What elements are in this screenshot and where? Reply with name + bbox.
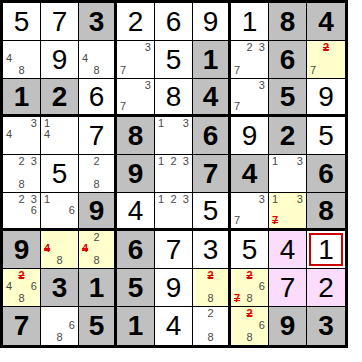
pencil-marks: 2678 bbox=[234, 270, 265, 304]
given-digit: 8 bbox=[318, 197, 334, 225]
solved-digit: 1 bbox=[318, 236, 334, 264]
candidate-mark: 6 bbox=[31, 281, 37, 292]
cell-r9c3[interactable]: 5 bbox=[79, 307, 117, 345]
cell-r9c1[interactable]: 7 bbox=[3, 307, 41, 345]
cell-r7c4[interactable]: 6 bbox=[117, 231, 155, 269]
cell-r2c8[interactable]: 6 bbox=[269, 41, 307, 79]
candidate-mark: 3 bbox=[183, 156, 189, 167]
candidate-mark: 1 bbox=[44, 194, 50, 205]
pencil-marks: 37 bbox=[120, 80, 151, 112]
given-digit: 9 bbox=[128, 160, 144, 188]
given-digit: 4 bbox=[203, 83, 219, 111]
given-digit: 1 bbox=[203, 46, 219, 74]
pencil-marks: 28 bbox=[196, 308, 225, 343]
candidate-mark: 3 bbox=[259, 42, 265, 53]
solved-digit: 5 bbox=[318, 122, 334, 150]
candidate-mark: 7 bbox=[120, 101, 126, 112]
cell-r1c5[interactable]: 6 bbox=[155, 3, 193, 41]
candidate-mark: 2 bbox=[18, 194, 24, 205]
cell-r4c3[interactable]: 7 bbox=[79, 117, 117, 155]
cell-r6c8[interactable]: 137 bbox=[269, 193, 307, 231]
candidate-mark: 4 bbox=[44, 129, 50, 140]
solved-digit: 4 bbox=[280, 236, 296, 264]
given-digit: 5 bbox=[128, 274, 144, 302]
cell-r6c7[interactable]: 37 bbox=[231, 193, 269, 231]
candidate-mark: 1 bbox=[272, 194, 278, 205]
pencil-marks: 37 bbox=[120, 42, 151, 76]
eliminated-candidate-mark: 2 bbox=[246, 270, 252, 281]
cell-r4c9[interactable]: 5 bbox=[307, 117, 345, 155]
cell-r1c3[interactable]: 3 bbox=[79, 3, 117, 41]
candidate-mark: 6 bbox=[259, 281, 265, 292]
pencil-marks: 237 bbox=[234, 42, 265, 76]
cell-r9c6[interactable]: 28 bbox=[193, 307, 231, 345]
candidate-mark: 7 bbox=[310, 65, 316, 76]
cell-r8c2[interactable]: 3 bbox=[41, 269, 79, 307]
cell-r6c6[interactable]: 5 bbox=[193, 193, 231, 231]
candidate-mark: 1 bbox=[158, 156, 164, 167]
cell-r8c3[interactable]: 1 bbox=[79, 269, 117, 307]
eliminated-candidate-mark: 2 bbox=[323, 42, 329, 53]
cell-r2c1[interactable]: 48 bbox=[3, 41, 41, 79]
cell-r8c5[interactable]: 9 bbox=[155, 269, 193, 307]
candidate-mark: 3 bbox=[297, 156, 303, 167]
candidate-mark: 3 bbox=[145, 42, 151, 53]
cell-r5c3[interactable]: 28 bbox=[79, 155, 117, 193]
cell-r4c6[interactable]: 6 bbox=[193, 117, 231, 155]
cell-r4c2[interactable]: 14 bbox=[41, 117, 79, 155]
candidate-mark: 8 bbox=[93, 255, 99, 266]
solved-digit: 5 bbox=[14, 8, 30, 36]
cell-r1c4[interactable]: 2 bbox=[117, 3, 155, 41]
cell-r9c2[interactable]: 68 bbox=[41, 307, 79, 345]
pencil-marks: 123 bbox=[158, 194, 189, 226]
cell-r8c1[interactable]: 2468 bbox=[3, 269, 41, 307]
eliminated-candidate-mark: 4 bbox=[44, 243, 50, 254]
pencil-marks: 236 bbox=[6, 194, 37, 226]
cell-r1c1[interactable]: 5 bbox=[3, 3, 41, 41]
candidate-mark: 8 bbox=[56, 255, 62, 266]
candidate-mark: 3 bbox=[31, 118, 37, 129]
pencil-marks: 27 bbox=[310, 42, 342, 76]
given-digit: 2 bbox=[52, 83, 68, 111]
cell-r3c7[interactable]: 37 bbox=[231, 79, 269, 117]
candidate-mark: 8 bbox=[93, 179, 99, 190]
cell-r2c2[interactable]: 9 bbox=[41, 41, 79, 79]
given-digit: 3 bbox=[89, 8, 105, 36]
eliminated-candidate-mark: 7 bbox=[272, 215, 278, 226]
candidate-mark: 7 bbox=[234, 215, 240, 226]
solved-digit: 2 bbox=[128, 8, 144, 36]
given-digit: 6 bbox=[128, 236, 144, 264]
candidate-mark: 6 bbox=[69, 205, 75, 216]
eliminated-candidate-mark: 2 bbox=[246, 308, 252, 319]
cell-r2c9[interactable]: 27 bbox=[307, 41, 345, 79]
pencil-marks: 16 bbox=[44, 194, 75, 226]
cell-r1c8[interactable]: 8 bbox=[269, 3, 307, 41]
candidate-mark: 6 bbox=[69, 320, 75, 331]
candidate-mark: 1 bbox=[158, 194, 164, 205]
pencil-marks: 48 bbox=[82, 42, 111, 76]
solved-digit: 7 bbox=[52, 8, 68, 36]
pencil-marks: 137 bbox=[272, 194, 303, 226]
cell-r6c9[interactable]: 8 bbox=[307, 193, 345, 231]
cell-r7c9[interactable]: 1 bbox=[307, 231, 345, 269]
cell-r8c6[interactable]: 28 bbox=[193, 269, 231, 307]
candidate-mark: 6 bbox=[31, 205, 37, 216]
pencil-marks: 13 bbox=[272, 156, 303, 190]
given-digit: 9 bbox=[14, 236, 30, 264]
pencil-marks: 268 bbox=[234, 308, 265, 343]
candidate-mark: 8 bbox=[246, 293, 252, 304]
cell-r7c6[interactable]: 3 bbox=[193, 231, 231, 269]
cell-r4c7[interactable]: 9 bbox=[231, 117, 269, 155]
candidate-mark: 7 bbox=[234, 65, 240, 76]
candidate-mark: 2 bbox=[246, 42, 252, 53]
solved-digit: 9 bbox=[52, 46, 68, 74]
candidate-mark: 2 bbox=[170, 156, 176, 167]
cell-r4c8[interactable]: 2 bbox=[269, 117, 307, 155]
solved-digit: 7 bbox=[280, 274, 296, 302]
pencil-marks: 14 bbox=[44, 118, 75, 152]
cell-r3c8[interactable]: 5 bbox=[269, 79, 307, 117]
candidate-mark: 8 bbox=[18, 293, 24, 304]
candidate-mark: 2 bbox=[170, 194, 176, 205]
cell-r3c1[interactable]: 1 bbox=[3, 79, 41, 117]
candidate-mark: 2 bbox=[207, 308, 213, 319]
cell-r6c2[interactable]: 16 bbox=[41, 193, 79, 231]
candidate-mark: 1 bbox=[272, 156, 278, 167]
candidate-mark: 8 bbox=[207, 332, 213, 343]
candidate-mark: 8 bbox=[246, 332, 252, 343]
cell-r5c6[interactable]: 7 bbox=[193, 155, 231, 193]
given-digit: 1 bbox=[14, 83, 30, 111]
solved-digit: 8 bbox=[166, 83, 182, 111]
cell-r3c6[interactable]: 4 bbox=[193, 79, 231, 117]
cell-r1c7[interactable]: 1 bbox=[231, 3, 269, 41]
cell-r7c8[interactable]: 4 bbox=[269, 231, 307, 269]
cell-r8c4[interactable]: 5 bbox=[117, 269, 155, 307]
cell-r6c3[interactable]: 9 bbox=[79, 193, 117, 231]
solved-digit: 4 bbox=[166, 312, 182, 340]
cell-r5c1[interactable]: 238 bbox=[3, 155, 41, 193]
candidate-mark: 3 bbox=[31, 156, 37, 167]
cell-r5c5[interactable]: 123 bbox=[155, 155, 193, 193]
pencil-marks: 28 bbox=[196, 270, 225, 304]
cell-r7c5[interactable]: 7 bbox=[155, 231, 193, 269]
cell-r3c2[interactable]: 2 bbox=[41, 79, 79, 117]
pencil-marks: 13 bbox=[158, 118, 189, 152]
candidate-mark: 3 bbox=[297, 194, 303, 205]
candidate-mark: 4 bbox=[82, 53, 88, 64]
given-digit: 1 bbox=[128, 312, 144, 340]
cell-r9c8[interactable]: 9 bbox=[269, 307, 307, 345]
solved-digit: 5 bbox=[52, 160, 68, 188]
cell-r9c9[interactable]: 3 bbox=[307, 307, 345, 345]
solved-digit: 2 bbox=[318, 274, 334, 302]
cell-r8c8[interactable]: 7 bbox=[269, 269, 307, 307]
candidate-mark: 3 bbox=[259, 80, 265, 91]
cell-r6c1[interactable]: 236 bbox=[3, 193, 41, 231]
cell-r3c4[interactable]: 37 bbox=[117, 79, 155, 117]
cell-r9c4[interactable]: 1 bbox=[117, 307, 155, 345]
cell-r7c3[interactable]: 248 bbox=[79, 231, 117, 269]
pencil-marks: 34 bbox=[6, 118, 37, 152]
cell-r3c9[interactable]: 9 bbox=[307, 79, 345, 117]
pencil-marks: 248 bbox=[82, 232, 111, 266]
eliminated-candidate-mark: 4 bbox=[82, 243, 88, 254]
cell-r5c4[interactable]: 9 bbox=[117, 155, 155, 193]
given-digit: 1 bbox=[89, 274, 105, 302]
candidate-mark: 8 bbox=[18, 179, 24, 190]
solved-digit: 6 bbox=[166, 8, 182, 36]
cell-r2c6[interactable]: 1 bbox=[193, 41, 231, 79]
given-digit: 9 bbox=[280, 312, 296, 340]
solved-digit: 5 bbox=[203, 197, 219, 225]
solved-digit: 6 bbox=[89, 83, 105, 111]
cell-r5c8[interactable]: 13 bbox=[269, 155, 307, 193]
candidate-mark: 3 bbox=[183, 194, 189, 205]
cell-r4c5[interactable]: 13 bbox=[155, 117, 193, 155]
pencil-marks: 28 bbox=[82, 156, 111, 190]
cell-r7c1[interactable]: 9 bbox=[3, 231, 41, 269]
pencil-marks: 68 bbox=[44, 308, 75, 343]
given-digit: 8 bbox=[128, 122, 144, 150]
cell-r1c2[interactable]: 7 bbox=[41, 3, 79, 41]
candidate-mark: 8 bbox=[93, 65, 99, 76]
cell-r5c9[interactable]: 6 bbox=[307, 155, 345, 193]
cell-r9c7[interactable]: 268 bbox=[231, 307, 269, 345]
given-digit: 3 bbox=[52, 274, 68, 302]
candidate-mark: 2 bbox=[18, 156, 24, 167]
given-digit: 5 bbox=[280, 83, 296, 111]
candidate-mark: 1 bbox=[158, 118, 164, 129]
candidate-mark: 4 bbox=[6, 53, 12, 64]
given-digit: 8 bbox=[280, 8, 296, 36]
cell-r6c5[interactable]: 123 bbox=[155, 193, 193, 231]
given-digit: 5 bbox=[89, 312, 105, 340]
cell-r4c1[interactable]: 34 bbox=[3, 117, 41, 155]
candidate-mark: 2 bbox=[93, 156, 99, 167]
solved-digit: 3 bbox=[203, 236, 219, 264]
candidate-mark: 2 bbox=[93, 232, 99, 243]
pencil-marks: 238 bbox=[6, 156, 37, 190]
candidate-mark: 3 bbox=[183, 118, 189, 129]
cell-r9c5[interactable]: 4 bbox=[155, 307, 193, 345]
cell-r2c5[interactable]: 5 bbox=[155, 41, 193, 79]
solved-digit: 7 bbox=[89, 122, 105, 150]
candidate-mark: 3 bbox=[259, 194, 265, 205]
cell-r5c2[interactable]: 5 bbox=[41, 155, 79, 193]
pencil-marks: 48 bbox=[6, 42, 37, 76]
solved-digit: 9 bbox=[318, 83, 334, 111]
candidate-mark: 7 bbox=[120, 65, 126, 76]
sudoku-board: 5732691844894837512376271263784375934147… bbox=[0, 0, 348, 348]
cell-r1c9[interactable]: 4 bbox=[307, 3, 345, 41]
candidate-mark: 3 bbox=[145, 80, 151, 91]
cell-r1c6[interactable]: 9 bbox=[193, 3, 231, 41]
pencil-marks: 2468 bbox=[6, 270, 37, 304]
cell-r3c3[interactable]: 6 bbox=[79, 79, 117, 117]
given-digit: 6 bbox=[280, 46, 296, 74]
given-digit: 3 bbox=[318, 312, 334, 340]
given-digit: 2 bbox=[280, 122, 296, 150]
solved-digit: 5 bbox=[166, 46, 182, 74]
eliminated-candidate-mark: 2 bbox=[207, 270, 213, 281]
given-digit: 4 bbox=[318, 8, 334, 36]
cell-r8c9[interactable]: 2 bbox=[307, 269, 345, 307]
candidate-mark: 6 bbox=[259, 320, 265, 331]
cell-r8c7[interactable]: 2678 bbox=[231, 269, 269, 307]
given-digit: 6 bbox=[318, 160, 334, 188]
eliminated-candidate-mark: 2 bbox=[18, 270, 24, 281]
cell-r2c7[interactable]: 237 bbox=[231, 41, 269, 79]
cell-r4c4[interactable]: 8 bbox=[117, 117, 155, 155]
cell-r7c7[interactable]: 5 bbox=[231, 231, 269, 269]
solved-digit: 5 bbox=[242, 236, 258, 264]
cell-r2c4[interactable]: 37 bbox=[117, 41, 155, 79]
solved-digit: 9 bbox=[166, 274, 182, 302]
cell-r3c5[interactable]: 8 bbox=[155, 79, 193, 117]
solved-digit: 1 bbox=[242, 8, 258, 36]
given-digit: 9 bbox=[89, 197, 105, 225]
pencil-marks: 37 bbox=[234, 80, 265, 112]
eliminated-candidate-mark: 7 bbox=[234, 293, 240, 304]
pencil-marks: 37 bbox=[234, 194, 265, 226]
given-digit: 6 bbox=[203, 122, 219, 150]
candidate-mark: 7 bbox=[234, 101, 240, 112]
pencil-marks: 48 bbox=[44, 232, 75, 266]
given-digit: 7 bbox=[14, 312, 30, 340]
candidate-mark: 8 bbox=[207, 293, 213, 304]
solved-digit: 9 bbox=[242, 122, 258, 150]
pencil-marks: 123 bbox=[158, 156, 189, 190]
solved-digit: 9 bbox=[203, 8, 219, 36]
candidate-mark: 1 bbox=[44, 118, 50, 129]
solved-digit: 4 bbox=[128, 197, 144, 225]
candidate-mark: 4 bbox=[6, 129, 12, 140]
candidate-mark: 4 bbox=[6, 281, 12, 292]
candidate-mark: 8 bbox=[56, 332, 62, 343]
cell-r5c7[interactable]: 4 bbox=[231, 155, 269, 193]
cell-r7c2[interactable]: 48 bbox=[41, 231, 79, 269]
given-digit: 4 bbox=[242, 160, 258, 188]
candidate-mark: 8 bbox=[18, 65, 24, 76]
solved-digit: 7 bbox=[166, 236, 182, 264]
cell-r2c3[interactable]: 48 bbox=[79, 41, 117, 79]
cell-r6c4[interactable]: 4 bbox=[117, 193, 155, 231]
given-digit: 7 bbox=[203, 160, 219, 188]
